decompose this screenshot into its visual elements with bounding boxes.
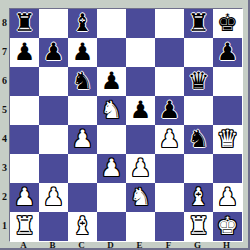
square-g3[interactable] <box>184 154 213 183</box>
square-e8[interactable] <box>126 9 155 38</box>
square-g8[interactable]: ♜ <box>184 9 213 38</box>
black-bishop: ♝ <box>72 9 94 38</box>
square-c2[interactable] <box>68 183 97 212</box>
square-g1[interactable]: ♜ <box>184 212 213 241</box>
square-f4[interactable]: ♟ <box>155 125 184 154</box>
square-c5[interactable] <box>68 96 97 125</box>
file-label-c: C <box>67 241 96 250</box>
black-knight: ♞ <box>72 67 94 96</box>
rank-label-4: 4 <box>0 124 9 153</box>
rank-label-1: 1 <box>0 211 9 240</box>
square-d4[interactable] <box>97 125 126 154</box>
square-d7[interactable] <box>97 38 126 67</box>
square-d8[interactable] <box>97 9 126 38</box>
square-b6[interactable] <box>39 67 68 96</box>
file-label-b: B <box>38 241 67 250</box>
square-e5[interactable]: ♟ <box>126 96 155 125</box>
square-d2[interactable] <box>97 183 126 212</box>
square-f1[interactable] <box>155 212 184 241</box>
square-a7[interactable]: ♟ <box>10 38 39 67</box>
white-pawn: ♟ <box>72 125 94 154</box>
square-h2[interactable]: ♟ <box>213 183 242 212</box>
square-h5[interactable] <box>213 96 242 125</box>
square-b1[interactable] <box>39 212 68 241</box>
square-f6[interactable] <box>155 67 184 96</box>
black-king: ♚ <box>217 9 239 38</box>
square-c4[interactable]: ♟ <box>68 125 97 154</box>
rank-label-5: 5 <box>0 95 9 124</box>
square-b4[interactable] <box>39 125 68 154</box>
white-rook: ♜ <box>14 212 36 241</box>
file-label-d: D <box>96 241 125 250</box>
square-g6[interactable]: ♛ <box>184 67 213 96</box>
square-h1[interactable]: ♚ <box>213 212 242 241</box>
square-a8[interactable]: ♜ <box>10 9 39 38</box>
white-pawn: ♟ <box>159 125 181 154</box>
file-labels: ABCDEFGH <box>9 241 241 250</box>
square-f8[interactable] <box>155 9 184 38</box>
square-c1[interactable]: ♝ <box>68 212 97 241</box>
white-pawn: ♟ <box>14 183 36 212</box>
black-pawn: ♟ <box>217 38 239 67</box>
square-c6[interactable]: ♞ <box>68 67 97 96</box>
square-b3[interactable] <box>39 154 68 183</box>
white-queen: ♛ <box>217 125 239 154</box>
rank-labels: 87654321 <box>0 8 9 240</box>
black-pawn: ♟ <box>159 96 181 125</box>
rank-label-8: 8 <box>0 8 9 37</box>
file-label-f: F <box>154 241 183 250</box>
square-h7[interactable]: ♟ <box>213 38 242 67</box>
rank-label-6: 6 <box>0 66 9 95</box>
square-e1[interactable] <box>126 212 155 241</box>
square-d5[interactable]: ♞ <box>97 96 126 125</box>
square-h4[interactable]: ♛ <box>213 125 242 154</box>
square-a5[interactable] <box>10 96 39 125</box>
square-b5[interactable] <box>39 96 68 125</box>
square-a4[interactable] <box>10 125 39 154</box>
file-label-g: G <box>183 241 212 250</box>
white-rook: ♜ <box>188 212 210 241</box>
square-e2[interactable]: ♞ <box>126 183 155 212</box>
black-pawn: ♟ <box>14 38 36 67</box>
black-pawn: ♟ <box>43 38 65 67</box>
square-h3[interactable] <box>213 154 242 183</box>
square-g2[interactable]: ♝ <box>184 183 213 212</box>
square-e6[interactable] <box>126 67 155 96</box>
black-pawn: ♟ <box>130 96 152 125</box>
black-pawn: ♟ <box>72 38 94 67</box>
square-c3[interactable] <box>68 154 97 183</box>
square-h6[interactable] <box>213 67 242 96</box>
square-e3[interactable]: ♟ <box>126 154 155 183</box>
chess-board-frame: 87654321 ABCDEFGH ♜♝♜♚♟♟♟♟♞♟♛♞♟♟♟♟♞♛♟♟♟♟… <box>0 0 250 250</box>
black-queen: ♛ <box>188 67 210 96</box>
square-b2[interactable]: ♟ <box>39 183 68 212</box>
chess-board: ♜♝♜♚♟♟♟♟♞♟♛♞♟♟♟♟♞♛♟♟♟♟♞♝♟♜♝♜♚ <box>9 8 243 242</box>
white-pawn: ♟ <box>217 183 239 212</box>
file-label-h: H <box>212 241 241 250</box>
black-knight: ♞ <box>188 125 210 154</box>
white-bishop: ♝ <box>188 183 210 212</box>
black-rook: ♜ <box>188 9 210 38</box>
square-h8[interactable]: ♚ <box>213 9 242 38</box>
square-f3[interactable] <box>155 154 184 183</box>
square-g7[interactable] <box>184 38 213 67</box>
square-g5[interactable] <box>184 96 213 125</box>
square-f2[interactable] <box>155 183 184 212</box>
square-d1[interactable] <box>97 212 126 241</box>
square-g4[interactable]: ♞ <box>184 125 213 154</box>
black-rook: ♜ <box>14 9 36 38</box>
square-a1[interactable]: ♜ <box>10 212 39 241</box>
square-b7[interactable]: ♟ <box>39 38 68 67</box>
black-pawn: ♟ <box>101 67 123 96</box>
white-pawn: ♟ <box>101 154 123 183</box>
square-c7[interactable]: ♟ <box>68 38 97 67</box>
square-f5[interactable]: ♟ <box>155 96 184 125</box>
white-knight: ♞ <box>101 96 123 125</box>
white-pawn: ♟ <box>130 154 152 183</box>
white-knight: ♞ <box>130 183 152 212</box>
square-a3[interactable] <box>10 154 39 183</box>
rank-label-3: 3 <box>0 153 9 182</box>
square-a2[interactable]: ♟ <box>10 183 39 212</box>
white-bishop: ♝ <box>72 212 94 241</box>
white-king: ♚ <box>217 212 239 241</box>
file-label-a: A <box>9 241 38 250</box>
square-b8[interactable] <box>39 9 68 38</box>
square-c8[interactable]: ♝ <box>68 9 97 38</box>
rank-label-7: 7 <box>0 37 9 66</box>
white-pawn: ♟ <box>43 183 65 212</box>
file-label-e: E <box>125 241 154 250</box>
square-e4[interactable] <box>126 125 155 154</box>
square-f7[interactable] <box>155 38 184 67</box>
square-a6[interactable] <box>10 67 39 96</box>
rank-label-2: 2 <box>0 182 9 211</box>
square-e7[interactable] <box>126 38 155 67</box>
square-d6[interactable]: ♟ <box>97 67 126 96</box>
square-d3[interactable]: ♟ <box>97 154 126 183</box>
